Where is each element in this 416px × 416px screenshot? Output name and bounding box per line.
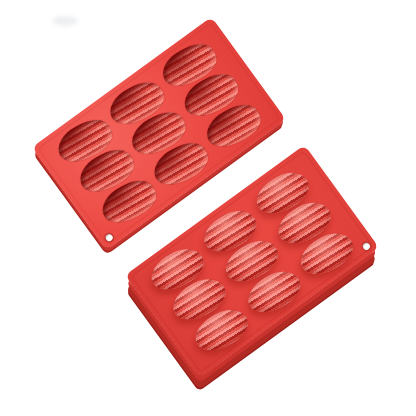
product-photo-canvas: [0, 0, 416, 416]
background-smudge: [52, 16, 78, 26]
